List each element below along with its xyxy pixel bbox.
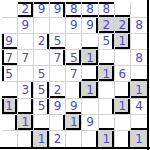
cell-r4c6[interactable]: 1 <box>82 50 98 66</box>
cell-r3c6[interactable] <box>82 34 98 50</box>
cell-r2c6[interactable]: 9 <box>82 18 98 34</box>
cell-r3c7[interactable]: 5 <box>99 34 115 50</box>
cell-r6c9[interactable]: 1 <box>131 82 147 98</box>
cell-r7c7[interactable] <box>99 99 115 115</box>
cell-r8c8[interactable] <box>115 115 131 131</box>
cell-r8c4[interactable] <box>50 115 66 131</box>
cell-r6c6[interactable]: 1 <box>82 82 98 98</box>
cell-r6c4[interactable]: 2 <box>50 82 66 98</box>
cell-r8c9[interactable] <box>131 115 147 131</box>
cell-r3c1[interactable]: 9 <box>2 34 18 50</box>
cell-r1c4[interactable]: 9 <box>50 2 66 18</box>
cell-r5c8[interactable]: 6 <box>115 66 131 82</box>
cell-r8c2[interactable]: 1 <box>18 115 34 131</box>
cell-r7c4[interactable]: 9 <box>50 99 66 115</box>
cell-r9c6[interactable] <box>82 131 98 147</box>
cell-r1c7[interactable]: 8 <box>99 2 115 18</box>
cell-r6c1[interactable] <box>2 82 18 98</box>
filling-board: 2998889992289255177751855716352111599141… <box>2 2 148 148</box>
cell-r1c5[interactable]: 8 <box>66 2 82 18</box>
cell-r5c9[interactable] <box>131 66 147 82</box>
cell-r1c3[interactable]: 9 <box>34 2 50 18</box>
cell-r3c4[interactable]: 5 <box>50 34 66 50</box>
board-bottom-border <box>0 147 150 149</box>
cell-r6c3[interactable]: 5 <box>34 82 50 98</box>
cell-r1c8[interactable] <box>115 2 131 18</box>
cell-r7c5[interactable]: 9 <box>66 99 82 115</box>
cell-r9c9[interactable]: 1 <box>131 131 147 147</box>
cell-r2c5[interactable]: 9 <box>66 18 82 34</box>
cell-r9c4[interactable]: 2 <box>50 131 66 147</box>
cell-r8c1[interactable] <box>2 115 18 131</box>
cell-r7c2[interactable] <box>18 99 34 115</box>
cell-r3c9[interactable] <box>131 34 147 50</box>
cell-r8c5[interactable]: 1 <box>66 115 82 131</box>
cell-r5c7[interactable]: 1 <box>99 66 115 82</box>
cell-r4c9[interactable]: 8 <box>131 50 147 66</box>
cell-r6c7[interactable] <box>99 82 115 98</box>
cell-r4c8[interactable] <box>115 50 131 66</box>
cell-r3c3[interactable]: 2 <box>34 34 50 50</box>
cell-r9c5[interactable] <box>66 131 82 147</box>
cell-r7c3[interactable]: 5 <box>34 99 50 115</box>
cell-r7c1[interactable]: 1 <box>2 99 18 115</box>
cell-r9c3[interactable]: 1 <box>34 131 50 147</box>
cell-r5c3[interactable]: 5 <box>34 66 50 82</box>
cell-r5c2[interactable] <box>18 66 34 82</box>
cell-r9c1[interactable] <box>2 131 18 147</box>
cell-r4c2[interactable]: 7 <box>18 50 34 66</box>
cell-r7c8[interactable]: 1 <box>115 99 131 115</box>
cell-r9c2[interactable] <box>18 131 34 147</box>
cell-r2c3[interactable] <box>34 18 50 34</box>
cell-r9c7[interactable]: 1 <box>99 131 115 147</box>
cell-r5c5[interactable]: 7 <box>66 66 82 82</box>
cell-r6c8[interactable] <box>115 82 131 98</box>
cell-r4c1[interactable]: 7 <box>2 50 18 66</box>
cell-r2c9[interactable]: 8 <box>131 18 147 34</box>
cell-r2c8[interactable]: 2 <box>115 18 131 34</box>
cell-r6c5[interactable] <box>66 82 82 98</box>
cell-r3c2[interactable] <box>18 34 34 50</box>
cell-r9c8[interactable] <box>115 131 131 147</box>
cell-r3c8[interactable]: 1 <box>115 34 131 50</box>
cell-r8c7[interactable] <box>99 115 115 131</box>
cell-r4c4[interactable]: 7 <box>50 50 66 66</box>
cell-r3c5[interactable] <box>66 34 82 50</box>
cell-r2c4[interactable] <box>50 18 66 34</box>
cell-r7c6[interactable] <box>82 99 98 115</box>
cell-r5c4[interactable] <box>50 66 66 82</box>
cell-r1c6[interactable]: 8 <box>82 2 98 18</box>
board-right-border <box>147 0 149 150</box>
cell-r8c3[interactable] <box>34 115 50 131</box>
cell-r4c3[interactable] <box>34 50 50 66</box>
cell-r4c7[interactable] <box>99 50 115 66</box>
cell-r2c1[interactable] <box>2 18 18 34</box>
cell-r2c7[interactable]: 2 <box>99 18 115 34</box>
cell-r1c2[interactable]: 2 <box>18 2 34 18</box>
cell-r1c9[interactable] <box>131 2 147 18</box>
cell-r4c5[interactable]: 5 <box>66 50 82 66</box>
cell-r2c2[interactable]: 9 <box>18 18 34 34</box>
cell-r5c6[interactable] <box>82 66 98 82</box>
cell-r5c1[interactable]: 5 <box>2 66 18 82</box>
cell-r8c6[interactable]: 9 <box>82 115 98 131</box>
cell-r7c9[interactable]: 4 <box>131 99 147 115</box>
cell-r6c2[interactable]: 3 <box>18 82 34 98</box>
cell-r1c1[interactable] <box>2 2 18 18</box>
